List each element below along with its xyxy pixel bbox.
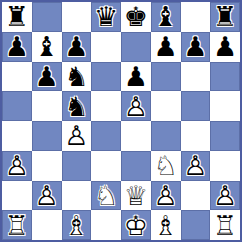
piece-glyph: ♖ xyxy=(2,210,32,240)
piece-white-pawn-icon: ♟♙ xyxy=(62,121,92,151)
square-d1[interactable] xyxy=(91,210,121,240)
square-d2[interactable]: ♞♘ xyxy=(91,181,121,211)
square-f3[interactable]: ♞♘ xyxy=(151,151,181,181)
piece-black-pawn-icon: ♟♟ xyxy=(151,32,181,62)
square-b6[interactable]: ♟♟ xyxy=(32,62,62,92)
piece-glyph: ♜ xyxy=(2,2,32,32)
piece-black-pawn-icon: ♟♟ xyxy=(121,62,151,92)
chess-board: ♜♜♛♛♚♚♝♝♜♜♟♟♝♝♟♟♟♟♟♟♟♟♟♟♞♞♟♟♞♞♟♙♟♙♟♙♞♘♟♙… xyxy=(0,0,242,242)
square-g3[interactable]: ♟♙ xyxy=(181,151,211,181)
square-e1[interactable]: ♚♔ xyxy=(121,210,151,240)
piece-white-rook-icon: ♜♖ xyxy=(2,210,32,240)
piece-glyph: ♖ xyxy=(210,210,240,240)
square-f2[interactable]: ♟♙ xyxy=(151,181,181,211)
square-f1[interactable]: ♝♗ xyxy=(151,210,181,240)
square-f7[interactable]: ♟♟ xyxy=(151,32,181,62)
piece-glyph: ♞ xyxy=(62,91,92,121)
square-h2[interactable]: ♟♙ xyxy=(210,181,240,211)
piece-glyph: ♚ xyxy=(121,2,151,32)
piece-black-pawn-icon: ♟♟ xyxy=(32,62,62,92)
piece-glyph: ♟ xyxy=(2,32,32,62)
square-h6[interactable] xyxy=(210,62,240,92)
piece-glyph: ♜ xyxy=(210,2,240,32)
piece-black-rook-icon: ♜♜ xyxy=(2,2,32,32)
square-c5[interactable]: ♞♞ xyxy=(62,91,92,121)
square-c2[interactable] xyxy=(62,181,92,211)
piece-glyph: ♗ xyxy=(62,210,92,240)
square-f6[interactable] xyxy=(151,62,181,92)
piece-glyph: ♟ xyxy=(181,32,211,62)
piece-black-bishop-icon: ♝♝ xyxy=(151,2,181,32)
piece-glyph: ♙ xyxy=(62,121,92,151)
square-b5[interactable] xyxy=(32,91,62,121)
square-d4[interactable] xyxy=(91,121,121,151)
square-h7[interactable]: ♟♟ xyxy=(210,32,240,62)
square-a6[interactable] xyxy=(2,62,32,92)
square-a4[interactable] xyxy=(2,121,32,151)
square-a3[interactable]: ♟♙ xyxy=(2,151,32,181)
square-h3[interactable] xyxy=(210,151,240,181)
square-g4[interactable] xyxy=(181,121,211,151)
piece-glyph: ♙ xyxy=(210,181,240,211)
square-h4[interactable] xyxy=(210,121,240,151)
piece-white-king-icon: ♚♔ xyxy=(121,210,151,240)
square-e4[interactable] xyxy=(121,121,151,151)
piece-white-bishop-icon: ♝♗ xyxy=(62,210,92,240)
square-d6[interactable] xyxy=(91,62,121,92)
piece-glyph: ♘ xyxy=(151,151,181,181)
square-g7[interactable]: ♟♟ xyxy=(181,32,211,62)
piece-black-pawn-icon: ♟♟ xyxy=(181,32,211,62)
piece-glyph: ♟ xyxy=(121,62,151,92)
piece-white-rook-icon: ♜♖ xyxy=(210,210,240,240)
piece-glyph: ♕ xyxy=(121,181,151,211)
square-a2[interactable] xyxy=(2,181,32,211)
square-c7[interactable]: ♟♟ xyxy=(62,32,92,62)
piece-glyph: ♞ xyxy=(62,62,92,92)
piece-white-knight-icon: ♞♘ xyxy=(151,151,181,181)
piece-glyph: ♝ xyxy=(151,2,181,32)
piece-glyph: ♙ xyxy=(121,91,151,121)
piece-black-pawn-icon: ♟♟ xyxy=(62,32,92,62)
piece-white-pawn-icon: ♟♙ xyxy=(121,91,151,121)
piece-white-pawn-icon: ♟♙ xyxy=(151,181,181,211)
square-e5[interactable]: ♟♙ xyxy=(121,91,151,121)
square-b3[interactable] xyxy=(32,151,62,181)
square-h8[interactable]: ♜♜ xyxy=(210,2,240,32)
square-b2[interactable]: ♟♙ xyxy=(32,181,62,211)
square-b8[interactable] xyxy=(32,2,62,32)
piece-white-queen-icon: ♛♕ xyxy=(121,181,151,211)
square-c8[interactable] xyxy=(62,2,92,32)
square-e3[interactable] xyxy=(121,151,151,181)
piece-white-pawn-icon: ♟♙ xyxy=(2,151,32,181)
square-b4[interactable] xyxy=(32,121,62,151)
piece-glyph: ♟ xyxy=(62,32,92,62)
square-a7[interactable]: ♟♟ xyxy=(2,32,32,62)
piece-glyph: ♘ xyxy=(91,181,121,211)
piece-black-knight-icon: ♞♞ xyxy=(62,62,92,92)
square-e7[interactable] xyxy=(121,32,151,62)
piece-black-queen-icon: ♛♛ xyxy=(91,2,121,32)
square-e2[interactable]: ♛♕ xyxy=(121,181,151,211)
square-c1[interactable]: ♝♗ xyxy=(62,210,92,240)
piece-glyph: ♙ xyxy=(151,181,181,211)
piece-glyph: ♗ xyxy=(151,210,181,240)
square-g6[interactable] xyxy=(181,62,211,92)
piece-black-knight-icon: ♞♞ xyxy=(62,91,92,121)
square-g8[interactable] xyxy=(181,2,211,32)
square-a5[interactable] xyxy=(2,91,32,121)
square-h5[interactable] xyxy=(210,91,240,121)
square-f4[interactable] xyxy=(151,121,181,151)
square-e6[interactable]: ♟♟ xyxy=(121,62,151,92)
square-d8[interactable]: ♛♛ xyxy=(91,2,121,32)
square-a1[interactable]: ♜♖ xyxy=(2,210,32,240)
piece-glyph: ♝ xyxy=(32,32,62,62)
piece-black-bishop-icon: ♝♝ xyxy=(32,32,62,62)
square-c3[interactable] xyxy=(62,151,92,181)
square-g5[interactable] xyxy=(181,91,211,121)
square-e8[interactable]: ♚♚ xyxy=(121,2,151,32)
piece-black-king-icon: ♚♚ xyxy=(121,2,151,32)
piece-black-pawn-icon: ♟♟ xyxy=(2,32,32,62)
piece-glyph: ♟ xyxy=(151,32,181,62)
piece-white-knight-icon: ♞♘ xyxy=(91,181,121,211)
piece-glyph: ♙ xyxy=(181,151,211,181)
piece-glyph: ♔ xyxy=(121,210,151,240)
piece-white-pawn-icon: ♟♙ xyxy=(32,181,62,211)
piece-black-rook-icon: ♜♜ xyxy=(210,2,240,32)
chessboard-container: ♜♜♛♛♚♚♝♝♜♜♟♟♝♝♟♟♟♟♟♟♟♟♟♟♞♞♟♟♞♞♟♙♟♙♟♙♞♘♟♙… xyxy=(0,0,242,242)
square-b7[interactable]: ♝♝ xyxy=(32,32,62,62)
square-g1[interactable] xyxy=(181,210,211,240)
piece-glyph: ♙ xyxy=(2,151,32,181)
piece-glyph: ♛ xyxy=(91,2,121,32)
square-b1[interactable] xyxy=(32,210,62,240)
square-c4[interactable]: ♟♙ xyxy=(62,121,92,151)
square-c6[interactable]: ♞♞ xyxy=(62,62,92,92)
square-d3[interactable] xyxy=(91,151,121,181)
piece-white-bishop-icon: ♝♗ xyxy=(151,210,181,240)
piece-white-pawn-icon: ♟♙ xyxy=(210,181,240,211)
piece-glyph: ♟ xyxy=(32,62,62,92)
piece-black-pawn-icon: ♟♟ xyxy=(210,32,240,62)
square-f8[interactable]: ♝♝ xyxy=(151,2,181,32)
square-d5[interactable] xyxy=(91,91,121,121)
square-a8[interactable]: ♜♜ xyxy=(2,2,32,32)
piece-glyph: ♟ xyxy=(210,32,240,62)
square-d7[interactable] xyxy=(91,32,121,62)
square-g2[interactable] xyxy=(181,181,211,211)
piece-glyph: ♙ xyxy=(32,181,62,211)
square-h1[interactable]: ♜♖ xyxy=(210,210,240,240)
piece-white-pawn-icon: ♟♙ xyxy=(181,151,211,181)
square-f5[interactable] xyxy=(151,91,181,121)
